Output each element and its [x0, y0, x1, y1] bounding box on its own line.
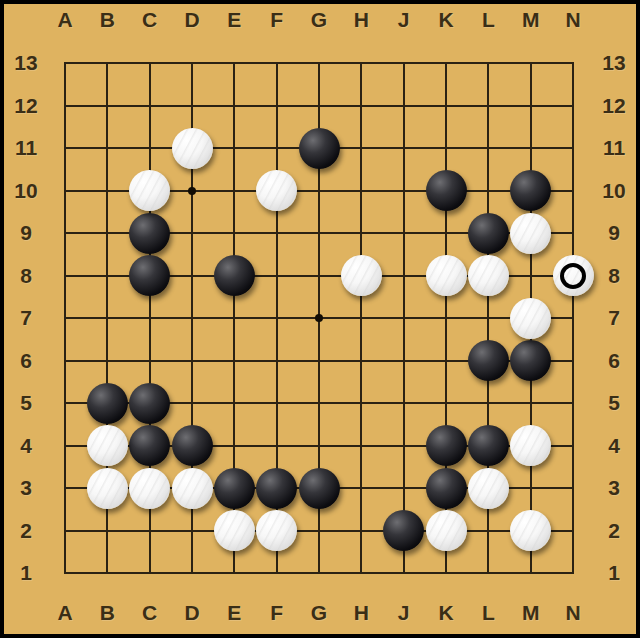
black-stone-G3[interactable]	[299, 468, 340, 509]
black-stone-L9[interactable]	[468, 213, 509, 254]
white-stone-D11[interactable]	[172, 128, 213, 169]
black-stone-C9[interactable]	[129, 213, 170, 254]
go-board[interactable]: AABBCCDDEEFFGGHHJJKKLLMMNN13131212111110…	[0, 0, 640, 638]
black-stone-G11[interactable]	[299, 128, 340, 169]
black-stone-D4[interactable]	[172, 425, 213, 466]
last-move-marker-circle	[560, 263, 586, 289]
white-stone-D3[interactable]	[172, 468, 213, 509]
white-stone-K2[interactable]	[426, 510, 467, 551]
stones-layer	[4, 4, 636, 634]
goban-surface[interactable]: AABBCCDDEEFFGGHHJJKKLLMMNN13131212111110…	[4, 4, 636, 634]
white-stone-H8[interactable]	[341, 255, 382, 296]
black-stone-M6[interactable]	[510, 340, 551, 381]
white-stone-M4[interactable]	[510, 425, 551, 466]
white-stone-M2[interactable]	[510, 510, 551, 551]
white-stone-C3[interactable]	[129, 468, 170, 509]
white-stone-M7[interactable]	[510, 298, 551, 339]
white-stone-E2[interactable]	[214, 510, 255, 551]
white-stone-C10[interactable]	[129, 170, 170, 211]
black-stone-E3[interactable]	[214, 468, 255, 509]
black-stone-L6[interactable]	[468, 340, 509, 381]
white-stone-N8[interactable]	[553, 255, 594, 296]
black-stone-C8[interactable]	[129, 255, 170, 296]
white-stone-L3[interactable]	[468, 468, 509, 509]
white-stone-F2[interactable]	[256, 510, 297, 551]
black-stone-E8[interactable]	[214, 255, 255, 296]
black-stone-C4[interactable]	[129, 425, 170, 466]
white-stone-B4[interactable]	[87, 425, 128, 466]
black-stone-K3[interactable]	[426, 468, 467, 509]
black-stone-F3[interactable]	[256, 468, 297, 509]
white-stone-B3[interactable]	[87, 468, 128, 509]
black-stone-K10[interactable]	[426, 170, 467, 211]
black-stone-C5[interactable]	[129, 383, 170, 424]
black-stone-L4[interactable]	[468, 425, 509, 466]
black-stone-M10[interactable]	[510, 170, 551, 211]
black-stone-J2[interactable]	[383, 510, 424, 551]
black-stone-K4[interactable]	[426, 425, 467, 466]
white-stone-K8[interactable]	[426, 255, 467, 296]
black-stone-B5[interactable]	[87, 383, 128, 424]
white-stone-F10[interactable]	[256, 170, 297, 211]
white-stone-M9[interactable]	[510, 213, 551, 254]
white-stone-L8[interactable]	[468, 255, 509, 296]
